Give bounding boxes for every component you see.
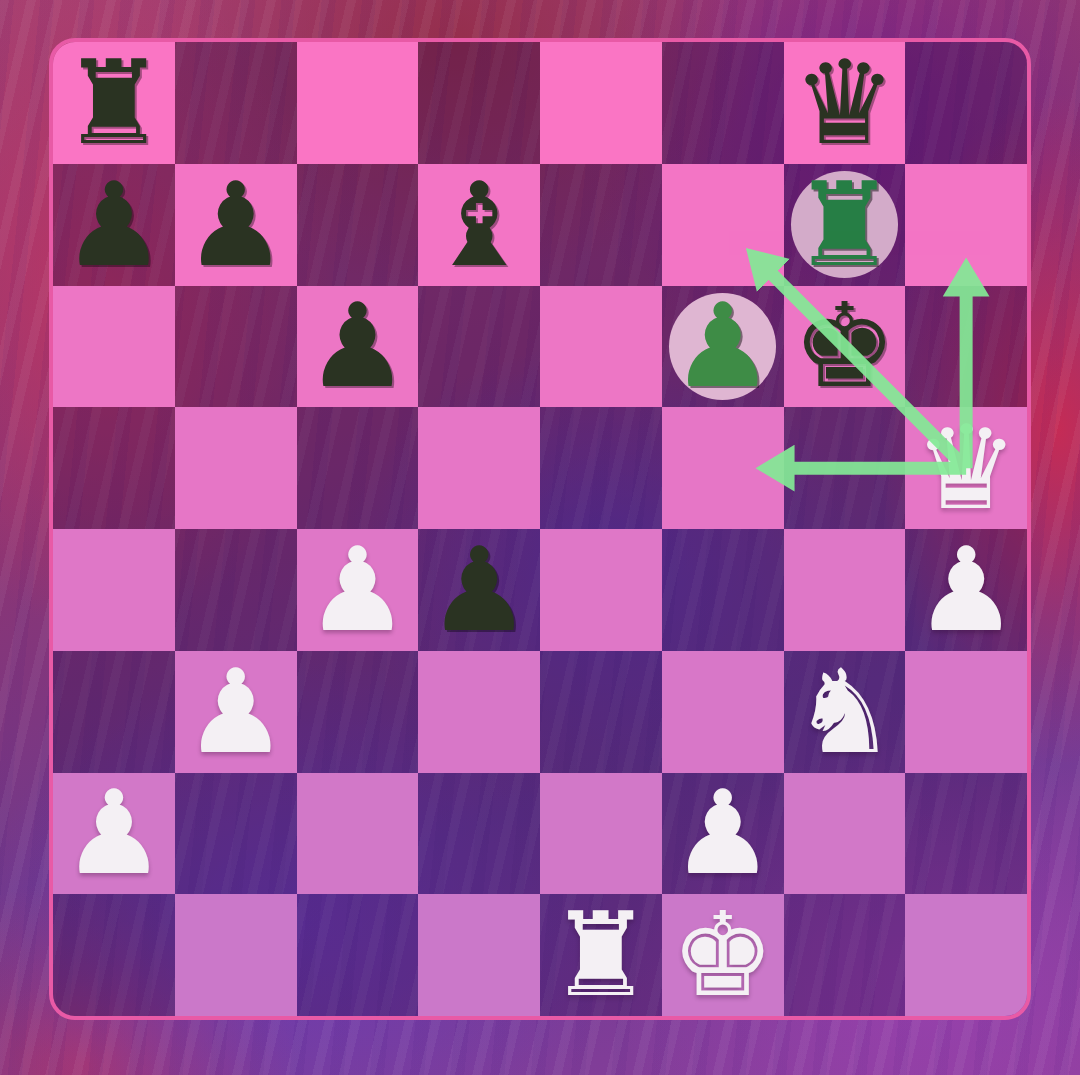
square-a8[interactable]: ♜ bbox=[53, 42, 175, 164]
square-d6[interactable] bbox=[418, 286, 540, 408]
piece-white-pawn-c4[interactable]: ♟ bbox=[297, 529, 419, 651]
piece-white-rook-e1[interactable]: ♜ bbox=[540, 894, 662, 1016]
square-f7[interactable] bbox=[662, 164, 784, 286]
square-g4[interactable] bbox=[784, 529, 906, 651]
piece-white-pawn-f2[interactable]: ♟ bbox=[662, 773, 784, 895]
square-h7[interactable] bbox=[905, 164, 1027, 286]
square-a2[interactable]: ♟ bbox=[53, 773, 175, 895]
square-d3[interactable] bbox=[418, 651, 540, 773]
square-e4[interactable] bbox=[540, 529, 662, 651]
square-f4[interactable] bbox=[662, 529, 784, 651]
square-e6[interactable] bbox=[540, 286, 662, 408]
piece-black-rook-a8[interactable]: ♜ bbox=[53, 42, 175, 164]
square-b1[interactable] bbox=[175, 894, 297, 1016]
square-g6[interactable]: ♚ bbox=[784, 286, 906, 408]
square-g3[interactable]: ♞ bbox=[784, 651, 906, 773]
piece-white-king-f1[interactable]: ♚ bbox=[662, 894, 784, 1016]
square-d7[interactable]: ♝ bbox=[418, 164, 540, 286]
square-e3[interactable] bbox=[540, 651, 662, 773]
square-c7[interactable] bbox=[297, 164, 419, 286]
square-b2[interactable] bbox=[175, 773, 297, 895]
piece-white-pawn-a2[interactable]: ♟ bbox=[53, 773, 175, 895]
piece-black-pawn-f6[interactable]: ♟ bbox=[662, 286, 784, 408]
square-b7[interactable]: ♟ bbox=[175, 164, 297, 286]
square-f8[interactable] bbox=[662, 42, 784, 164]
square-b4[interactable] bbox=[175, 529, 297, 651]
square-h5[interactable]: ♛ bbox=[905, 407, 1027, 529]
square-f2[interactable]: ♟ bbox=[662, 773, 784, 895]
square-a1[interactable] bbox=[53, 894, 175, 1016]
square-c4[interactable]: ♟ bbox=[297, 529, 419, 651]
square-c1[interactable] bbox=[297, 894, 419, 1016]
square-g2[interactable] bbox=[784, 773, 906, 895]
square-f1[interactable]: ♚ bbox=[662, 894, 784, 1016]
square-b8[interactable] bbox=[175, 42, 297, 164]
square-h8[interactable] bbox=[905, 42, 1027, 164]
square-a7[interactable]: ♟ bbox=[53, 164, 175, 286]
square-b3[interactable]: ♟ bbox=[175, 651, 297, 773]
square-e1[interactable]: ♜ bbox=[540, 894, 662, 1016]
square-c5[interactable] bbox=[297, 407, 419, 529]
piece-black-pawn-d4[interactable]: ♟ bbox=[418, 529, 540, 651]
square-a3[interactable] bbox=[53, 651, 175, 773]
piece-black-pawn-c6[interactable]: ♟ bbox=[297, 286, 419, 408]
square-g8[interactable]: ♛ bbox=[784, 42, 906, 164]
chess-board[interactable]: ♜♛♟♟♝♜♟♟♚♛♟♟♟♟♞♟♟♜♚ bbox=[49, 38, 1031, 1020]
piece-black-pawn-a7[interactable]: ♟ bbox=[53, 164, 175, 286]
piece-black-king-g6[interactable]: ♚ bbox=[784, 286, 906, 408]
square-d2[interactable] bbox=[418, 773, 540, 895]
square-e2[interactable] bbox=[540, 773, 662, 895]
square-f3[interactable] bbox=[662, 651, 784, 773]
piece-black-queen-g8[interactable]: ♛ bbox=[784, 42, 906, 164]
piece-black-rook-g7[interactable]: ♜ bbox=[784, 164, 906, 286]
square-f5[interactable] bbox=[662, 407, 784, 529]
piece-black-pawn-b7[interactable]: ♟ bbox=[175, 164, 297, 286]
square-c2[interactable] bbox=[297, 773, 419, 895]
square-e5[interactable] bbox=[540, 407, 662, 529]
square-d8[interactable] bbox=[418, 42, 540, 164]
square-a4[interactable] bbox=[53, 529, 175, 651]
piece-white-pawn-h4[interactable]: ♟ bbox=[905, 529, 1027, 651]
piece-white-queen-h5[interactable]: ♛ bbox=[905, 407, 1027, 529]
square-h4[interactable]: ♟ bbox=[905, 529, 1027, 651]
square-b6[interactable] bbox=[175, 286, 297, 408]
piece-white-knight-g3[interactable]: ♞ bbox=[784, 651, 906, 773]
square-c8[interactable] bbox=[297, 42, 419, 164]
square-d5[interactable] bbox=[418, 407, 540, 529]
square-g7[interactable]: ♜ bbox=[784, 164, 906, 286]
square-g5[interactable] bbox=[784, 407, 906, 529]
square-a6[interactable] bbox=[53, 286, 175, 408]
screenshot-root: ♜♛♟♟♝♜♟♟♚♛♟♟♟♟♞♟♟♜♚ bbox=[0, 0, 1080, 1075]
square-b5[interactable] bbox=[175, 407, 297, 529]
square-d4[interactable]: ♟ bbox=[418, 529, 540, 651]
square-f6[interactable]: ♟ bbox=[662, 286, 784, 408]
piece-white-pawn-b3[interactable]: ♟ bbox=[175, 651, 297, 773]
square-g1[interactable] bbox=[784, 894, 906, 1016]
square-h3[interactable] bbox=[905, 651, 1027, 773]
square-d1[interactable] bbox=[418, 894, 540, 1016]
square-h6[interactable] bbox=[905, 286, 1027, 408]
square-e8[interactable] bbox=[540, 42, 662, 164]
square-c6[interactable]: ♟ bbox=[297, 286, 419, 408]
square-h1[interactable] bbox=[905, 894, 1027, 1016]
square-e7[interactable] bbox=[540, 164, 662, 286]
square-a5[interactable] bbox=[53, 407, 175, 529]
piece-black-bishop-d7[interactable]: ♝ bbox=[418, 164, 540, 286]
square-h2[interactable] bbox=[905, 773, 1027, 895]
square-c3[interactable] bbox=[297, 651, 419, 773]
